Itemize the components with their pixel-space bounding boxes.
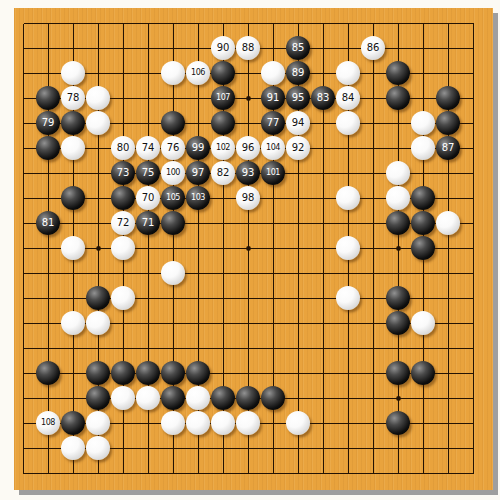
stone-white-90: 90 [211,36,235,60]
stone-white [286,411,310,435]
stone-black [61,111,85,135]
intersection: 76 [161,136,186,161]
stone-white [111,386,135,410]
intersection: 82 [211,161,236,186]
stone-black-81: 81 [36,211,60,235]
stone-white-102: 102 [211,136,235,160]
stone-black [161,211,185,235]
stone-black [411,361,435,385]
stone-black-77: 77 [261,111,285,135]
stones-grid: 9088858610689781079195838479779480747699… [11,11,486,486]
intersection: 104 [261,136,286,161]
intersection [86,311,111,336]
stone-white-72: 72 [111,211,135,235]
intersection: 80 [111,136,136,161]
intersection [236,386,261,411]
intersection [386,211,411,236]
stone-black-91: 91 [261,86,285,110]
stone-white [411,311,435,335]
intersection [386,186,411,211]
stone-white-74: 74 [136,136,160,160]
intersection [61,436,86,461]
intersection [386,161,411,186]
intersection [111,386,136,411]
intersection: 97 [186,161,211,186]
intersection: 99 [186,136,211,161]
stone-white [111,236,135,260]
stone-black-101: 101 [261,161,285,185]
go-diagram: 9088858610689781079195838479779480747699… [0,0,500,500]
stone-white-88: 88 [236,36,260,60]
stone-black [236,386,260,410]
intersection: 98 [236,186,261,211]
intersection: 83 [311,86,336,111]
stone-black [386,411,410,435]
move-number: 101 [266,169,280,177]
stone-white-80: 80 [111,136,135,160]
move-number: 88 [242,43,255,53]
stone-black [61,411,85,435]
move-number: 78 [67,93,80,103]
intersection: 100 [161,161,186,186]
intersection [411,186,436,211]
stone-black [86,286,110,310]
stone-black [36,361,60,385]
move-number: 100 [166,169,180,177]
intersection [411,136,436,161]
move-number: 97 [192,168,205,178]
intersection [411,361,436,386]
move-number: 91 [267,93,280,103]
intersection [336,286,361,311]
stone-white [436,211,460,235]
intersection: 90 [211,36,236,61]
move-number: 107 [216,94,230,102]
intersection: 89 [286,61,311,86]
stone-black [161,361,185,385]
intersection [211,111,236,136]
intersection [261,61,286,86]
stone-white [61,311,85,335]
intersection [161,211,186,236]
stone-white [336,186,360,210]
stone-white [61,236,85,260]
stone-black [211,61,235,85]
stone-black-99: 99 [186,136,210,160]
intersection: 96 [236,136,261,161]
intersection [411,236,436,261]
intersection: 85 [286,36,311,61]
intersection: 107 [211,86,236,111]
stone-white [86,86,110,110]
intersection [411,211,436,236]
stone-white-94: 94 [286,111,310,135]
intersection [386,411,411,436]
stone-black [211,111,235,135]
stone-white-82: 82 [211,161,235,185]
stone-white-98: 98 [236,186,260,210]
intersection [211,61,236,86]
move-number: 84 [342,93,355,103]
intersection [61,411,86,436]
move-number: 85 [292,43,305,53]
intersection [136,386,161,411]
move-number: 75 [142,168,155,178]
move-number: 99 [192,143,205,153]
stone-black [186,361,210,385]
stone-white [411,111,435,135]
stone-white [161,261,185,285]
intersection [336,61,361,86]
stone-black [136,361,160,385]
intersection: 81 [36,211,61,236]
stone-black-83: 83 [311,86,335,110]
intersection [161,361,186,386]
intersection [86,386,111,411]
move-number: 90 [217,43,230,53]
move-number: 94 [292,118,305,128]
intersection: 87 [436,136,461,161]
stone-black [386,311,410,335]
stone-black [86,361,110,385]
move-number: 104 [266,144,280,152]
stone-white [186,411,210,435]
move-number: 74 [142,143,155,153]
intersection [61,311,86,336]
intersection [111,361,136,386]
stone-black [111,186,135,210]
stone-black [386,211,410,235]
intersection [86,111,111,136]
stone-white [86,111,110,135]
move-number: 92 [292,143,305,153]
intersection [286,411,311,436]
stone-black [386,61,410,85]
move-number: 106 [191,69,205,77]
stone-white [186,386,210,410]
intersection: 77 [261,111,286,136]
move-number: 80 [117,143,130,153]
stone-black-87: 87 [436,136,460,160]
intersection [336,236,361,261]
stone-white [336,61,360,85]
intersection: 103 [186,186,211,211]
stone-black [161,111,185,135]
intersection [111,236,136,261]
intersection [261,386,286,411]
intersection [36,86,61,111]
intersection [36,361,61,386]
stone-black [36,136,60,160]
stone-white [161,61,185,85]
intersection [86,361,111,386]
intersection [436,211,461,236]
intersection [161,61,186,86]
stone-white [161,411,185,435]
intersection [386,286,411,311]
intersection: 86 [361,36,386,61]
stone-black-97: 97 [186,161,210,185]
intersection: 75 [136,161,161,186]
move-number: 108 [41,419,55,427]
intersection [386,361,411,386]
move-number: 93 [242,168,255,178]
move-number: 82 [217,168,230,178]
intersection [211,411,236,436]
intersection [61,111,86,136]
stone-white [61,136,85,160]
stone-white-92: 92 [286,136,310,160]
stone-white-96: 96 [236,136,260,160]
move-number: 70 [142,193,155,203]
intersection: 105 [161,186,186,211]
intersection [111,286,136,311]
intersection [186,361,211,386]
stone-white [61,61,85,85]
move-number: 89 [292,68,305,78]
intersection: 72 [111,211,136,236]
move-number: 79 [42,118,55,128]
stone-white [411,136,435,160]
stone-black [411,211,435,235]
intersection: 106 [186,61,211,86]
stone-black-79: 79 [36,111,60,135]
move-number: 73 [117,168,130,178]
intersection [161,411,186,436]
stone-black [111,361,135,385]
stone-black [411,236,435,260]
stone-black [161,386,185,410]
stone-white-106: 106 [186,61,210,85]
go-board[interactable]: 9088858610689781079195838479779480747699… [14,8,493,490]
intersection [161,386,186,411]
stone-white-84: 84 [336,86,360,110]
intersection: 73 [111,161,136,186]
stone-white [86,436,110,460]
stone-black [411,186,435,210]
intersection [61,61,86,86]
intersection: 92 [286,136,311,161]
stone-white [336,286,360,310]
stone-white-70: 70 [136,186,160,210]
move-number: 103 [191,194,205,202]
move-number: 72 [117,218,130,228]
intersection [36,136,61,161]
move-number: 71 [142,218,155,228]
intersection: 78 [61,86,86,111]
move-number: 105 [166,194,180,202]
move-number: 102 [216,144,230,152]
stone-white-108: 108 [36,411,60,435]
intersection: 71 [136,211,161,236]
stone-black [61,186,85,210]
move-number: 86 [367,43,380,53]
stone-black [436,86,460,110]
stone-white [236,411,260,435]
intersection: 93 [236,161,261,186]
stone-white [136,386,160,410]
intersection: 95 [286,86,311,111]
stone-white [211,411,235,435]
move-number: 76 [167,143,180,153]
intersection [136,361,161,386]
stone-black [436,111,460,135]
stone-black-93: 93 [236,161,260,185]
stone-white-100: 100 [161,161,185,185]
move-number: 87 [442,143,455,153]
stone-black [36,86,60,110]
stone-white-104: 104 [261,136,285,160]
stone-black [386,361,410,385]
intersection: 84 [336,86,361,111]
stone-white [386,186,410,210]
intersection [411,311,436,336]
intersection [86,436,111,461]
stone-black-95: 95 [286,86,310,110]
intersection [86,286,111,311]
stone-black [261,386,285,410]
stone-white [61,436,85,460]
intersection: 108 [36,411,61,436]
stone-black [86,386,110,410]
intersection [386,311,411,336]
stone-black-75: 75 [136,161,160,185]
intersection: 94 [286,111,311,136]
intersection [411,111,436,136]
intersection [211,386,236,411]
intersection: 91 [261,86,286,111]
stone-black-89: 89 [286,61,310,85]
stone-white [261,61,285,85]
intersection [61,236,86,261]
stone-white-86: 86 [361,36,385,60]
intersection: 74 [136,136,161,161]
intersection: 88 [236,36,261,61]
intersection [86,86,111,111]
stone-white [111,286,135,310]
move-number: 98 [242,193,255,203]
move-number: 81 [42,218,55,228]
stone-black-103: 103 [186,186,210,210]
move-number: 83 [317,93,330,103]
intersection [336,111,361,136]
stone-black [211,386,235,410]
intersection [186,411,211,436]
intersection [111,186,136,211]
move-number: 96 [242,143,255,153]
stone-black-105: 105 [161,186,185,210]
intersection [161,111,186,136]
intersection [386,61,411,86]
stone-white [336,111,360,135]
intersection [236,411,261,436]
stone-black-73: 73 [111,161,135,185]
stone-black-107: 107 [211,86,235,110]
intersection [61,186,86,211]
stone-white [86,311,110,335]
stone-white-78: 78 [61,86,85,110]
move-number: 95 [292,93,305,103]
intersection [161,261,186,286]
intersection [436,111,461,136]
stone-black [386,86,410,110]
intersection: 101 [261,161,286,186]
intersection [436,86,461,111]
intersection [86,411,111,436]
intersection: 79 [36,111,61,136]
stone-black [386,286,410,310]
stone-white [336,236,360,260]
intersection [186,386,211,411]
intersection [61,136,86,161]
intersection: 70 [136,186,161,211]
stone-white [386,161,410,185]
move-number: 77 [267,118,280,128]
intersection [386,86,411,111]
stone-black-85: 85 [286,36,310,60]
stone-white [86,411,110,435]
stone-white-76: 76 [161,136,185,160]
intersection: 102 [211,136,236,161]
stone-black-71: 71 [136,211,160,235]
intersection [336,186,361,211]
